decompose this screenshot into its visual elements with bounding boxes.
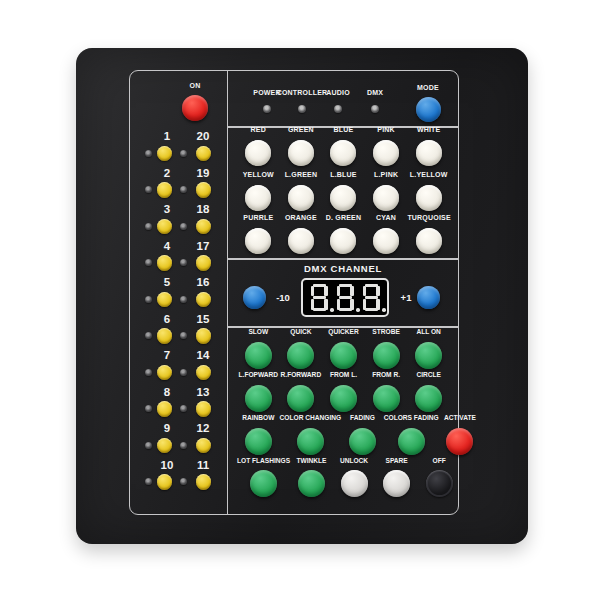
spare-button[interactable] — [383, 470, 410, 497]
unlock-button[interactable] — [341, 470, 368, 497]
bank-led — [180, 186, 187, 193]
decrement-label: -10 — [268, 291, 298, 304]
function-label: SLOW — [248, 327, 268, 337]
function-label: L.FOPWARD — [239, 370, 279, 380]
color-row-1: RED GREEN BLUE PINK WHITE — [237, 125, 450, 166]
bank-button-18[interactable] — [196, 219, 212, 235]
color-button-yellow[interactable] — [245, 185, 271, 211]
bank-button-15[interactable] — [196, 328, 212, 344]
function-label: SPARE — [385, 456, 407, 466]
bank-number-right: 20 — [191, 126, 215, 146]
function-label: CIRCLE — [416, 370, 441, 380]
bank-row: 3 18 — [76, 199, 227, 239]
function-label: ALL ON — [416, 327, 440, 337]
l-forward-button[interactable] — [245, 385, 272, 412]
bank-row: 1 20 — [76, 126, 227, 166]
bank-number-left: 7 — [155, 345, 179, 365]
bank-number-left: 2 — [155, 163, 179, 183]
function-label: FROM L. — [330, 370, 357, 380]
bank-button-14[interactable] — [196, 365, 212, 381]
bank-number-left: 5 — [155, 272, 179, 292]
color-row-3: PURRLE ORANGE D. GREEN CYAN TURQUOISE — [237, 213, 450, 254]
bank-row: 10 11 — [76, 455, 227, 495]
color-button-red[interactable] — [245, 140, 271, 166]
function-row-1: SLOW QUICK QUICKER STROBE ALL ON — [237, 327, 450, 369]
color-label: PURRLE — [243, 213, 273, 223]
bank-led — [180, 150, 187, 157]
channel-decrement-button[interactable] — [243, 286, 266, 309]
bank-button-16[interactable] — [196, 292, 212, 308]
bank-button-19[interactable] — [196, 182, 212, 198]
bank-number-left: 6 — [155, 309, 179, 329]
display-digit — [363, 284, 380, 311]
color-button-blue[interactable] — [330, 140, 356, 166]
color-label: L.BLUE — [330, 170, 356, 180]
color-label: L.GREEN — [285, 170, 318, 180]
function-label: TWINKLE — [296, 456, 326, 466]
bank-row: 5 16 — [76, 272, 227, 312]
dmx-channel-title: DMX CHANNEL — [227, 263, 459, 275]
function-label: UNLOCK — [340, 456, 368, 466]
bank-led — [145, 442, 152, 449]
color-button-dgreen[interactable] — [330, 228, 356, 254]
color-button-lyellow[interactable] — [416, 185, 442, 211]
mode-label: MODE — [417, 83, 439, 93]
rainbow-button[interactable] — [245, 428, 272, 455]
twinkle-button[interactable] — [298, 470, 325, 497]
bank-button-13[interactable] — [196, 401, 212, 417]
bank-number-left: 10 — [155, 455, 179, 475]
color-label: YELLOW — [243, 170, 274, 180]
fading-button[interactable] — [349, 428, 376, 455]
bank-led — [145, 186, 152, 193]
r-forward-button[interactable] — [287, 385, 314, 412]
bank-button-1[interactable] — [157, 146, 173, 162]
bank-row: 9 12 — [76, 418, 227, 458]
color-button-purple[interactable] — [245, 228, 271, 254]
bank-number-left: 8 — [155, 382, 179, 402]
color-label: L.YELLOW — [410, 170, 448, 180]
function-label: OFF — [433, 456, 446, 466]
color-button-lblue[interactable] — [330, 185, 356, 211]
display-digit — [311, 284, 328, 311]
bank-led — [145, 478, 152, 485]
color-label: RED — [251, 125, 266, 135]
color-label: ORANGE — [285, 213, 317, 223]
function-label: COLOR CHANGING — [280, 413, 342, 423]
bank-led — [180, 223, 187, 230]
function-label: FROM R. — [372, 370, 400, 380]
bank-button-5[interactable] — [157, 292, 173, 308]
bank-number-left: 4 — [155, 236, 179, 256]
bank-button-6[interactable] — [157, 328, 173, 344]
bank-led — [145, 259, 152, 266]
bank-number-right: 17 — [191, 236, 215, 256]
slow-button[interactable] — [245, 342, 272, 369]
bank-button-3[interactable] — [157, 219, 173, 235]
quicker-button[interactable] — [330, 342, 357, 369]
bank-row: 2 19 — [76, 163, 227, 203]
from-left-button[interactable] — [330, 385, 357, 412]
bank-number-right: 19 — [191, 163, 215, 183]
color-label: GREEN — [288, 125, 314, 135]
lot-flashings-button[interactable] — [250, 470, 277, 497]
bank-led — [180, 442, 187, 449]
color-button-cyan[interactable] — [373, 228, 399, 254]
color-label: L.PINK — [374, 170, 398, 180]
bank-led — [145, 332, 152, 339]
section-divider-colors — [228, 258, 458, 260]
bank-number-right: 16 — [191, 272, 215, 292]
bank-led — [145, 223, 152, 230]
bank-number-right: 11 — [191, 455, 215, 475]
color-row-2: YELLOW L.GREEN L.BLUE L.PINK L.YELLOW — [237, 170, 450, 211]
photo-background: ON 1 20 2 19 3 18 4 — [0, 0, 600, 600]
bank-led — [145, 405, 152, 412]
mode-button[interactable] — [416, 97, 441, 122]
bank-row: 4 17 — [76, 236, 227, 276]
color-button-turquoise[interactable] — [416, 228, 442, 254]
bank-number-right: 12 — [191, 418, 215, 438]
bank-led — [180, 369, 187, 376]
function-label: FADING — [350, 413, 375, 423]
quick-button[interactable] — [287, 342, 314, 369]
mode-section: MODE — [393, 83, 463, 122]
off-button[interactable] — [426, 470, 453, 497]
function-label: R.FORWARD — [281, 370, 322, 380]
function-row-2: L.FOPWARD R.FORWARD FROM L. FROM R. CIRC… — [237, 370, 450, 412]
color-label: WHITE — [417, 125, 441, 135]
bank-number-left: 9 — [155, 418, 179, 438]
color-button-green[interactable] — [288, 140, 314, 166]
bank-row: 8 13 — [76, 382, 227, 422]
bank-led — [180, 296, 187, 303]
bank-led — [180, 405, 187, 412]
colors-fading-button[interactable] — [398, 428, 425, 455]
indicator-dmx-label: DMX — [367, 88, 383, 98]
color-label: PINK — [377, 125, 395, 135]
color-changing-button[interactable] — [297, 428, 324, 455]
bank-button-4[interactable] — [157, 255, 173, 271]
function-label: LOT FLASHINGS — [237, 456, 290, 466]
function-label: RAINBOW — [242, 413, 274, 423]
color-label: D. GREEN — [326, 213, 361, 223]
bank-led — [180, 259, 187, 266]
dmx-display — [301, 278, 389, 317]
bank-button-20[interactable] — [196, 146, 212, 162]
bank-led — [180, 332, 187, 339]
function-label: ACTIVATE — [444, 413, 476, 423]
function-label: QUICKER — [328, 327, 358, 337]
bank-button-11[interactable] — [196, 474, 212, 490]
activate-button[interactable] — [446, 428, 473, 455]
color-button-lgreen[interactable] — [288, 185, 314, 211]
function-row-4: LOT FLASHINGS TWINKLE UNLOCK SPARE OFF — [237, 456, 450, 498]
bank-button-10[interactable] — [157, 474, 173, 490]
on-button[interactable] — [182, 95, 208, 121]
power-section: ON — [165, 81, 225, 121]
all-on-button[interactable] — [415, 342, 442, 369]
color-button-pink[interactable] — [373, 140, 399, 166]
bank-button-17[interactable] — [196, 255, 212, 271]
display-digit — [337, 284, 354, 311]
dmx-led — [371, 105, 379, 113]
bank-button-9[interactable] — [157, 438, 173, 454]
bank-led — [180, 478, 187, 485]
bank-button-12[interactable] — [196, 438, 212, 454]
function-label: QUICK — [290, 327, 311, 337]
bank-number-right: 14 — [191, 345, 215, 365]
bank-number-right: 18 — [191, 199, 215, 219]
circle-button[interactable] — [415, 385, 442, 412]
function-row-3: RAINBOW COLOR CHANGING FADING COLORS FAD… — [237, 413, 450, 455]
bank-number-left: 3 — [155, 199, 179, 219]
bank-row: 6 15 — [76, 309, 227, 349]
color-button-white[interactable] — [416, 140, 442, 166]
color-label: TURQUOISE — [407, 213, 450, 223]
function-label: COLORS FADING — [384, 413, 439, 423]
color-label: BLUE — [334, 125, 354, 135]
bank-button-7[interactable] — [157, 365, 173, 381]
bank-number-right: 13 — [191, 382, 215, 402]
bank-led — [145, 296, 152, 303]
color-label: CYAN — [376, 213, 396, 223]
bank-button-8[interactable] — [157, 401, 173, 417]
bank-number-right: 15 — [191, 309, 215, 329]
color-button-lpink[interactable] — [373, 185, 399, 211]
function-label: STROBE — [372, 327, 399, 337]
on-label: ON — [190, 81, 201, 91]
dmx-controller-panel: ON 1 20 2 19 3 18 4 — [76, 48, 528, 544]
bank-led — [145, 369, 152, 376]
bank-number-left: 1 — [155, 126, 179, 146]
strobe-button[interactable] — [373, 342, 400, 369]
channel-increment-button[interactable] — [417, 286, 440, 309]
bank-button-2[interactable] — [157, 182, 173, 198]
bank-led — [145, 150, 152, 157]
from-right-button[interactable] — [373, 385, 400, 412]
color-button-orange[interactable] — [288, 228, 314, 254]
bank-row: 7 14 — [76, 345, 227, 385]
